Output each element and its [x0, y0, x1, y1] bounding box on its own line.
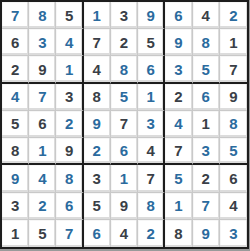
given-digit: 4 — [93, 62, 101, 77]
given-digit: 5 — [65, 8, 73, 23]
given-digit: 4 — [229, 198, 237, 213]
given-digit: 6 — [38, 116, 46, 131]
sudoku-cell-r1c8[interactable]: 4 — [193, 2, 220, 29]
solved-digit: 4 — [174, 116, 182, 131]
sudoku-cell-r8c7[interactable]: 1 — [165, 193, 192, 220]
given-digit: 2 — [174, 89, 182, 104]
given-digit: 5 — [147, 35, 155, 50]
sudoku-cell-r2c2[interactable]: 3 — [29, 29, 56, 56]
given-digit: 6 — [11, 35, 19, 50]
solved-digit: 6 — [174, 8, 182, 23]
sudoku-cell-r5c4[interactable]: 9 — [84, 111, 111, 138]
solved-digit: 6 — [65, 198, 73, 213]
given-digit: 5 — [11, 116, 19, 131]
given-digit: 1 — [229, 35, 237, 50]
sudoku-cell-r8c1[interactable]: 3 — [2, 193, 29, 220]
sudoku-cell-r1c3[interactable]: 5 — [56, 2, 83, 29]
sudoku-cell-r1c1[interactable]: 7 — [2, 2, 29, 29]
solved-digit: 2 — [93, 143, 101, 158]
sudoku-cell-r7c5[interactable]: 1 — [111, 165, 138, 192]
given-digit: 9 — [229, 89, 237, 104]
solved-digit: 6 — [147, 62, 155, 77]
solved-digit: 8 — [147, 198, 155, 213]
sudoku-cell-r8c5[interactable]: 9 — [111, 193, 138, 220]
solved-digit: 7 — [11, 8, 19, 23]
sudoku-cell-r4c8[interactable]: 6 — [193, 84, 220, 111]
given-digit: 6 — [229, 171, 237, 186]
sudoku-cell-r8c2[interactable]: 2 — [29, 193, 56, 220]
sudoku-cell-r2c8[interactable]: 8 — [193, 29, 220, 56]
sudoku-cell-r1c5[interactable]: 3 — [111, 2, 138, 29]
sudoku-cell-r2c4[interactable]: 7 — [84, 29, 111, 56]
sudoku-cell-r9c4[interactable]: 6 — [84, 220, 111, 247]
given-digit: 5 — [93, 198, 101, 213]
sudoku-cell-r2c9[interactable]: 1 — [220, 29, 247, 56]
given-digit: 9 — [65, 143, 73, 158]
given-digit: 8 — [93, 89, 101, 104]
sudoku-cell-r2c3[interactable]: 4 — [56, 29, 83, 56]
given-digit: 7 — [147, 171, 155, 186]
sudoku-cell-r2c5[interactable]: 2 — [111, 29, 138, 56]
solved-digit: 9 — [174, 35, 182, 50]
given-digit: 8 — [174, 226, 182, 241]
solved-digit: 5 — [201, 62, 209, 77]
sudoku-cell-r8c9[interactable]: 4 — [220, 193, 247, 220]
sudoku-cell-r6c2[interactable]: 1 — [29, 138, 56, 165]
solved-digit: 6 — [201, 89, 209, 104]
sudoku-cell-r4c1[interactable]: 4 — [2, 84, 29, 111]
given-digit: 7 — [174, 143, 182, 158]
given-digit: 2 — [201, 171, 209, 186]
sudoku-cell-r3c5[interactable]: 8 — [111, 56, 138, 83]
sudoku-cell-r9c8[interactable]: 9 — [193, 220, 220, 247]
solved-digit: 8 — [229, 116, 237, 131]
sudoku-cell-r5c6[interactable]: 3 — [138, 111, 165, 138]
sudoku-cell-r1c9[interactable]: 2 — [220, 2, 247, 29]
sudoku-cell-r4c2[interactable]: 7 — [29, 84, 56, 111]
sudoku-cell-r5c2[interactable]: 6 — [29, 111, 56, 138]
sudoku-cell-r1c4[interactable]: 1 — [84, 2, 111, 29]
sudoku-cell-r6c4[interactable]: 2 — [84, 138, 111, 165]
sudoku-cell-r3c1[interactable]: 2 — [2, 56, 29, 83]
sudoku-cell-r4c6[interactable]: 1 — [138, 84, 165, 111]
solved-digit: 5 — [174, 171, 182, 186]
solved-digit: 2 — [147, 226, 155, 241]
given-digit: 2 — [11, 62, 19, 77]
sudoku-cell-r4c9[interactable]: 9 — [220, 84, 247, 111]
sudoku-cell-r3c8[interactable]: 5 — [193, 56, 220, 83]
sudoku-board: 7851396426347259812914863574738512695629… — [0, 0, 249, 249]
sudoku-cell-r7c1[interactable]: 9 — [2, 165, 29, 192]
solved-digit: 9 — [93, 116, 101, 131]
given-digit: 4 — [201, 8, 209, 23]
sudoku-cell-r9c5[interactable]: 4 — [111, 220, 138, 247]
solved-digit: 1 — [65, 62, 73, 77]
sudoku-cell-r8c3[interactable]: 6 — [56, 193, 83, 220]
sudoku-cell-r1c2[interactable]: 8 — [29, 2, 56, 29]
solved-digit: 7 — [201, 198, 209, 213]
solved-digit: 8 — [65, 171, 73, 186]
sudoku-cell-r7c9[interactable]: 6 — [220, 165, 247, 192]
sudoku-cell-r3c9[interactable]: 7 — [220, 56, 247, 83]
given-digit: 1 — [11, 226, 19, 241]
sudoku-cell-r1c6[interactable]: 9 — [138, 2, 165, 29]
sudoku-cell-r7c3[interactable]: 8 — [56, 165, 83, 192]
sudoku-cell-r4c3[interactable]: 3 — [56, 84, 83, 111]
sudoku-cell-r7c7[interactable]: 5 — [165, 165, 192, 192]
solved-digit: 8 — [201, 35, 209, 50]
sudoku-cell-r2c6[interactable]: 5 — [138, 29, 165, 56]
sudoku-cell-r7c6[interactable]: 7 — [138, 165, 165, 192]
given-digit: 1 — [201, 116, 209, 131]
solved-digit: 5 — [229, 143, 237, 158]
sudoku-cell-r6c5[interactable]: 6 — [111, 138, 138, 165]
given-digit: 3 — [120, 8, 128, 23]
solved-digit: 4 — [11, 89, 19, 104]
sudoku-cell-r4c7[interactable]: 2 — [165, 84, 192, 111]
solved-digit: 1 — [93, 8, 101, 23]
solved-digit: 4 — [65, 35, 73, 50]
given-digit: 7 — [229, 62, 237, 77]
solved-digit: 8 — [120, 62, 128, 77]
given-digit: 4 — [147, 143, 155, 158]
solved-digit: 3 — [229, 226, 237, 241]
sudoku-cell-r9c2[interactable]: 5 — [29, 220, 56, 247]
sudoku-cell-r2c1[interactable]: 6 — [2, 29, 29, 56]
given-digit: 2 — [120, 35, 128, 50]
solved-digit: 9 — [201, 226, 209, 241]
sudoku-cell-r2c7[interactable]: 9 — [165, 29, 192, 56]
sudoku-cell-r6c8[interactable]: 3 — [193, 138, 220, 165]
solved-digit: 2 — [229, 8, 237, 23]
sudoku-cell-r5c3[interactable]: 2 — [56, 111, 83, 138]
given-digit: 7 — [120, 116, 128, 131]
solved-digit: 9 — [147, 8, 155, 23]
given-digit: 4 — [120, 226, 128, 241]
sudoku-cell-r7c4[interactable]: 3 — [84, 165, 111, 192]
solved-digit: 1 — [174, 198, 182, 213]
solved-digit: 3 — [201, 143, 209, 158]
solved-digit: 7 — [65, 226, 73, 241]
sudoku-cell-r3c7[interactable]: 3 — [165, 56, 192, 83]
given-digit: 8 — [11, 143, 19, 158]
sudoku-cell-r5c8[interactable]: 1 — [193, 111, 220, 138]
sudoku-cell-r6c7[interactable]: 7 — [165, 138, 192, 165]
sudoku-cell-r9c9[interactable]: 3 — [220, 220, 247, 247]
sudoku-cell-r7c8[interactable]: 2 — [193, 165, 220, 192]
solved-digit: 7 — [38, 89, 46, 104]
solved-digit: 2 — [38, 198, 46, 213]
given-digit: 3 — [93, 171, 101, 186]
solved-digit: 3 — [147, 116, 155, 131]
solved-digit: 1 — [120, 171, 128, 186]
given-digit: 9 — [38, 62, 46, 77]
sudoku-cell-r8c6[interactable]: 8 — [138, 193, 165, 220]
given-digit: 7 — [93, 35, 101, 50]
sudoku-cell-r3c2[interactable]: 9 — [29, 56, 56, 83]
sudoku-cell-r5c1[interactable]: 5 — [2, 111, 29, 138]
solved-digit: 4 — [38, 171, 46, 186]
sudoku-cell-r9c7[interactable]: 8 — [165, 220, 192, 247]
sudoku-cell-r5c5[interactable]: 7 — [111, 111, 138, 138]
solved-digit: 2 — [65, 116, 73, 131]
sudoku-cell-r6c1[interactable]: 8 — [2, 138, 29, 165]
given-digit: 3 — [11, 198, 19, 213]
solved-digit: 1 — [147, 89, 155, 104]
solved-digit: 8 — [38, 8, 46, 23]
solved-digit: 3 — [174, 62, 182, 77]
sudoku-cell-r6c3[interactable]: 9 — [56, 138, 83, 165]
sudoku-cell-r3c6[interactable]: 6 — [138, 56, 165, 83]
sudoku-cell-r5c9[interactable]: 8 — [220, 111, 247, 138]
sudoku-cell-r8c8[interactable]: 7 — [193, 193, 220, 220]
sudoku-cell-r9c1[interactable]: 1 — [2, 220, 29, 247]
solved-digit: 6 — [93, 226, 101, 241]
sudoku-cell-r4c4[interactable]: 8 — [84, 84, 111, 111]
sudoku-cell-r4c5[interactable]: 5 — [111, 84, 138, 111]
sudoku-cell-r9c3[interactable]: 7 — [56, 220, 83, 247]
given-digit: 5 — [38, 226, 46, 241]
sudoku-cell-r8c4[interactable]: 5 — [84, 193, 111, 220]
sudoku-cell-r9c6[interactable]: 2 — [138, 220, 165, 247]
sudoku-cell-r3c3[interactable]: 1 — [56, 56, 83, 83]
given-digit: 9 — [120, 198, 128, 213]
sudoku-cell-r6c6[interactable]: 4 — [138, 138, 165, 165]
given-digit: 3 — [65, 89, 73, 104]
solved-digit: 5 — [120, 89, 128, 104]
solved-digit: 6 — [120, 143, 128, 158]
sudoku-cell-r7c2[interactable]: 4 — [29, 165, 56, 192]
sudoku-cell-r3c4[interactable]: 4 — [84, 56, 111, 83]
sudoku-cell-r6c9[interactable]: 5 — [220, 138, 247, 165]
sudoku-cell-r1c7[interactable]: 6 — [165, 2, 192, 29]
solved-digit: 1 — [38, 143, 46, 158]
sudoku-cell-r5c7[interactable]: 4 — [165, 111, 192, 138]
solved-digit: 3 — [38, 35, 46, 50]
solved-digit: 9 — [11, 171, 19, 186]
sudoku-frame: 7851396426347259812914863574738512695629… — [0, 0, 250, 251]
